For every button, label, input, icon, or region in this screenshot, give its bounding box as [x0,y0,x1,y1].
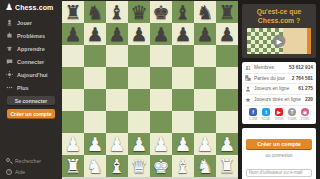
help-label: Aide [15,169,25,175]
square-b1[interactable]: ♞ [84,155,106,177]
square-b5[interactable] [84,67,106,89]
instagram-follower-count: 259K [301,117,310,121]
sidebar-item-apprendre[interactable]: Apprendre [0,42,62,55]
youtube-follower-count: 395K [275,117,284,121]
white-pawn-a2[interactable]: ♟ [62,133,84,155]
chesscom-logo[interactable]: ♟ Chess.com [0,3,62,12]
twitch-icon: T [288,108,296,116]
help-menu-item[interactable]: ? Aide [0,166,62,177]
square-a7[interactable]: ♟ [62,23,84,45]
square-d3[interactable] [128,111,150,133]
username-field[interactable] [246,169,312,177]
square-g7[interactable]: ♟ [194,23,216,45]
square-e2[interactable]: ♟ [150,133,172,155]
stat-value: 2 764 581 [292,76,313,81]
white-pawn-g2[interactable]: ♟ [194,133,216,155]
square-h1[interactable]: ♜ [216,155,238,177]
square-a4[interactable] [62,89,84,111]
white-king-e1[interactable]: ♚ [150,155,172,177]
black-pawn-c7[interactable]: ♟ [106,23,128,45]
stat-value: 61 275 [298,86,313,91]
black-pawn-f7[interactable]: ♟ [172,23,194,45]
youtube-link[interactable]: ▶395K [273,108,285,121]
square-g1[interactable]: ♞ [194,155,216,177]
create-account-button[interactable]: Créer un compte [246,139,312,149]
square-e4[interactable] [150,89,172,111]
square-f4[interactable] [172,89,194,111]
square-c2[interactable]: ♟ [106,133,128,155]
square-h6[interactable] [216,45,238,67]
online-players-icon [245,86,251,92]
square-f6[interactable] [172,45,194,67]
square-g2[interactable]: ♟ [194,133,216,155]
or-login-link[interactable]: ou connexion [246,153,312,158]
square-a5[interactable] [62,67,84,89]
square-h7[interactable]: ♟ [216,23,238,45]
intro-video-thumbnail[interactable]: ▶ [247,28,311,54]
page-section-below-board [62,177,238,179]
square-b2[interactable]: ♟ [84,133,106,155]
black-rook-a8[interactable]: ♜ [62,1,84,23]
square-b3[interactable] [84,111,106,133]
sidebar-item-label: Apprendre [17,46,45,52]
square-a1[interactable]: ♜ [62,155,84,177]
square-f7[interactable]: ♟ [172,23,194,45]
sun-icon [6,71,13,78]
white-pawn-h2[interactable]: ♟ [216,133,238,155]
twitter-icon: t [262,108,270,116]
square-d8[interactable]: ♛ [128,1,150,23]
white-rook-h1[interactable]: ♜ [216,155,238,177]
facebook-link[interactable]: f1,1M [247,108,259,121]
black-rook-h8[interactable]: ♜ [216,1,238,23]
square-b7[interactable]: ♟ [84,23,106,45]
black-pawn-h7[interactable]: ♟ [216,23,238,45]
puzzle-icon [6,32,13,39]
square-e1[interactable]: ♚ [150,155,172,177]
square-a6[interactable] [62,45,84,67]
square-g5[interactable] [194,67,216,89]
black-knight-g8[interactable]: ♞ [194,1,216,23]
square-c8[interactable]: ♝ [106,1,128,23]
square-f3[interactable] [172,111,194,133]
square-b6[interactable] [84,45,106,67]
square-c4[interactable] [106,89,128,111]
black-pawn-a7[interactable]: ♟ [62,23,84,45]
square-a3[interactable] [62,111,84,133]
square-b4[interactable] [84,89,106,111]
square-d2[interactable]: ♟ [128,133,150,155]
white-pawn-e2[interactable]: ♟ [150,133,172,155]
sidebar-item-probl-mes[interactable]: Problèmes [0,29,62,42]
sidebar-item-label: Connecter [17,59,44,65]
white-pawn-d2[interactable]: ♟ [128,133,150,155]
square-c7[interactable]: ♟ [106,23,128,45]
white-queen-d1[interactable]: ♛ [128,155,150,177]
black-pawn-d7[interactable]: ♟ [128,23,150,45]
black-pawn-g7[interactable]: ♟ [194,23,216,45]
square-d6[interactable] [128,45,150,67]
white-pawn-f2[interactable]: ♟ [172,133,194,155]
stat-value: 220 [305,97,313,102]
sidebar-item-label: Problèmes [17,33,45,39]
square-b8[interactable]: ♞ [84,1,106,23]
square-c3[interactable] [106,111,128,133]
square-g4[interactable] [194,89,216,111]
square-e3[interactable] [150,111,172,133]
chat-icon [6,58,13,65]
square-c6[interactable] [106,45,128,67]
black-pawn-b7[interactable]: ♟ [84,23,106,45]
grid-icon [6,84,13,91]
youtube-icon: ▶ [275,108,283,116]
sidebar-item-label: Aujourd'hui [17,72,48,78]
square-a8[interactable]: ♜ [62,1,84,23]
white-pawn-c2[interactable]: ♟ [106,133,128,155]
twitch-follower-count: 704K [288,117,297,121]
white-knight-b1[interactable]: ♞ [84,155,106,177]
square-g3[interactable] [194,111,216,133]
board-area: ♜♞♝♛♚♝♞♜♟♟♟♟♟♟♟♟♟♟♟♟♟♟♟♟♜♞♝♛♚♝♞♜ [62,0,238,179]
square-h5[interactable] [216,67,238,89]
sidebar-item-label: Plus [17,85,29,91]
square-d4[interactable] [128,89,150,111]
square-c5[interactable] [106,67,128,89]
games-icon [245,75,251,81]
sidebar-menu: JouerProblèmesApprendreConnecterAujourd'… [0,16,62,94]
black-knight-b8[interactable]: ♞ [84,1,106,23]
square-f8[interactable]: ♝ [172,1,194,23]
square-f1[interactable]: ♝ [172,155,194,177]
promo-title: Qu'est-ce que Chess.com ? [246,8,312,25]
sidebar-item-plus[interactable]: Plus [0,81,62,94]
sidebar-login-button[interactable]: Se connecter [7,96,55,105]
stat-row-0: Membres53 612 914 [245,63,313,74]
facebook-icon: f [249,108,257,116]
black-bishop-c8[interactable]: ♝ [106,1,128,23]
square-a2[interactable]: ♟ [62,133,84,155]
instagram-icon: ◉ [301,108,309,116]
square-e8[interactable]: ♚ [150,1,172,23]
square-e6[interactable] [150,45,172,67]
members-icon [245,65,251,71]
square-e5[interactable] [150,67,172,89]
play-icon: ▶ [277,38,282,45]
sidebar-footer: Rechercher ? Aide [0,155,62,177]
square-d5[interactable] [128,67,150,89]
white-rook-a1[interactable]: ♜ [62,155,84,177]
black-bishop-f8[interactable]: ♝ [172,1,194,23]
search-label: Rechercher [15,158,41,164]
facebook-follower-count: 1,1M [249,117,257,121]
sidebar: ♟ Chess.com JouerProblèmesApprendreConne… [0,0,62,179]
twitter-link[interactable]: t315K [260,108,272,121]
black-king-e8[interactable]: ♚ [150,1,172,23]
square-g8[interactable]: ♞ [194,1,216,23]
white-bishop-c1[interactable]: ♝ [106,155,128,177]
black-queen-d8[interactable]: ♛ [128,1,150,23]
square-c1[interactable]: ♝ [106,155,128,177]
white-pawn-b2[interactable]: ♟ [84,133,106,155]
titled-players-icon [245,97,251,103]
square-h8[interactable]: ♜ [216,1,238,23]
stat-label: Membres [254,65,274,70]
right-panel: Qu'est-ce que Chess.com ? ▶ Membres53 61… [238,0,320,179]
square-f2[interactable]: ♟ [172,133,194,155]
play-button[interactable]: ▶ [273,35,286,48]
square-f5[interactable] [172,67,194,89]
square-h2[interactable]: ♟ [216,133,238,155]
chess-board[interactable]: ♜♞♝♛♚♝♞♜♟♟♟♟♟♟♟♟♟♟♟♟♟♟♟♟♜♞♝♛♚♝♞♜ [62,1,238,177]
stat-row-3: Joueurs titrés en ligne220 [245,95,313,106]
white-bishop-f1[interactable]: ♝ [172,155,194,177]
pawn-icon [6,19,13,26]
social-links: f1,1Mt315K▶395KT704K◉259K [245,105,313,122]
stat-label: Parties du jour [254,76,285,81]
stat-value: 53 612 914 [289,65,313,70]
help-icon: ? [6,169,12,175]
white-knight-g1[interactable]: ♞ [194,155,216,177]
logo-text: Chess.com [15,4,53,11]
square-e7[interactable]: ♟ [150,23,172,45]
twitter-follower-count: 315K [262,117,271,121]
graduation-cap-icon [6,45,13,52]
sidebar-item-connecter[interactable]: Connecter [0,55,62,68]
black-pawn-e7[interactable]: ♟ [150,23,172,45]
square-d7[interactable]: ♟ [128,23,150,45]
stat-label: Joueurs en ligne [254,86,289,91]
sidebar-item-jouer[interactable]: Jouer [0,16,62,29]
promo-card: Qu'est-ce que Chess.com ? ▶ [242,4,316,58]
stat-row-1: Parties du jour2 764 581 [245,74,313,85]
signup-card: Créer un compte ou connexion Se connecte… [242,128,316,179]
stat-row-2: Joueurs en ligne61 275 [245,84,313,95]
logo-pawn-icon: ♟ [5,3,13,12]
sidebar-item-label: Jouer [17,20,32,26]
square-d1[interactable]: ♛ [128,155,150,177]
instagram-link[interactable]: ◉259K [299,108,311,121]
square-h3[interactable] [216,111,238,133]
thumbnail-art [283,28,311,54]
sidebar-item-aujourd-hui[interactable]: Aujourd'hui [0,68,62,81]
square-g6[interactable] [194,45,216,67]
search-icon [6,158,12,164]
sidebar-signup-button[interactable]: Créer un compte [7,109,55,118]
square-h4[interactable] [216,89,238,111]
twitch-link[interactable]: T704K [286,108,298,121]
stats-card: Membres53 612 914Parties du jour2 764 58… [242,62,316,124]
stat-label: Joueurs titrés en ligne [254,97,301,102]
search-menu-item[interactable]: Rechercher [0,155,62,166]
